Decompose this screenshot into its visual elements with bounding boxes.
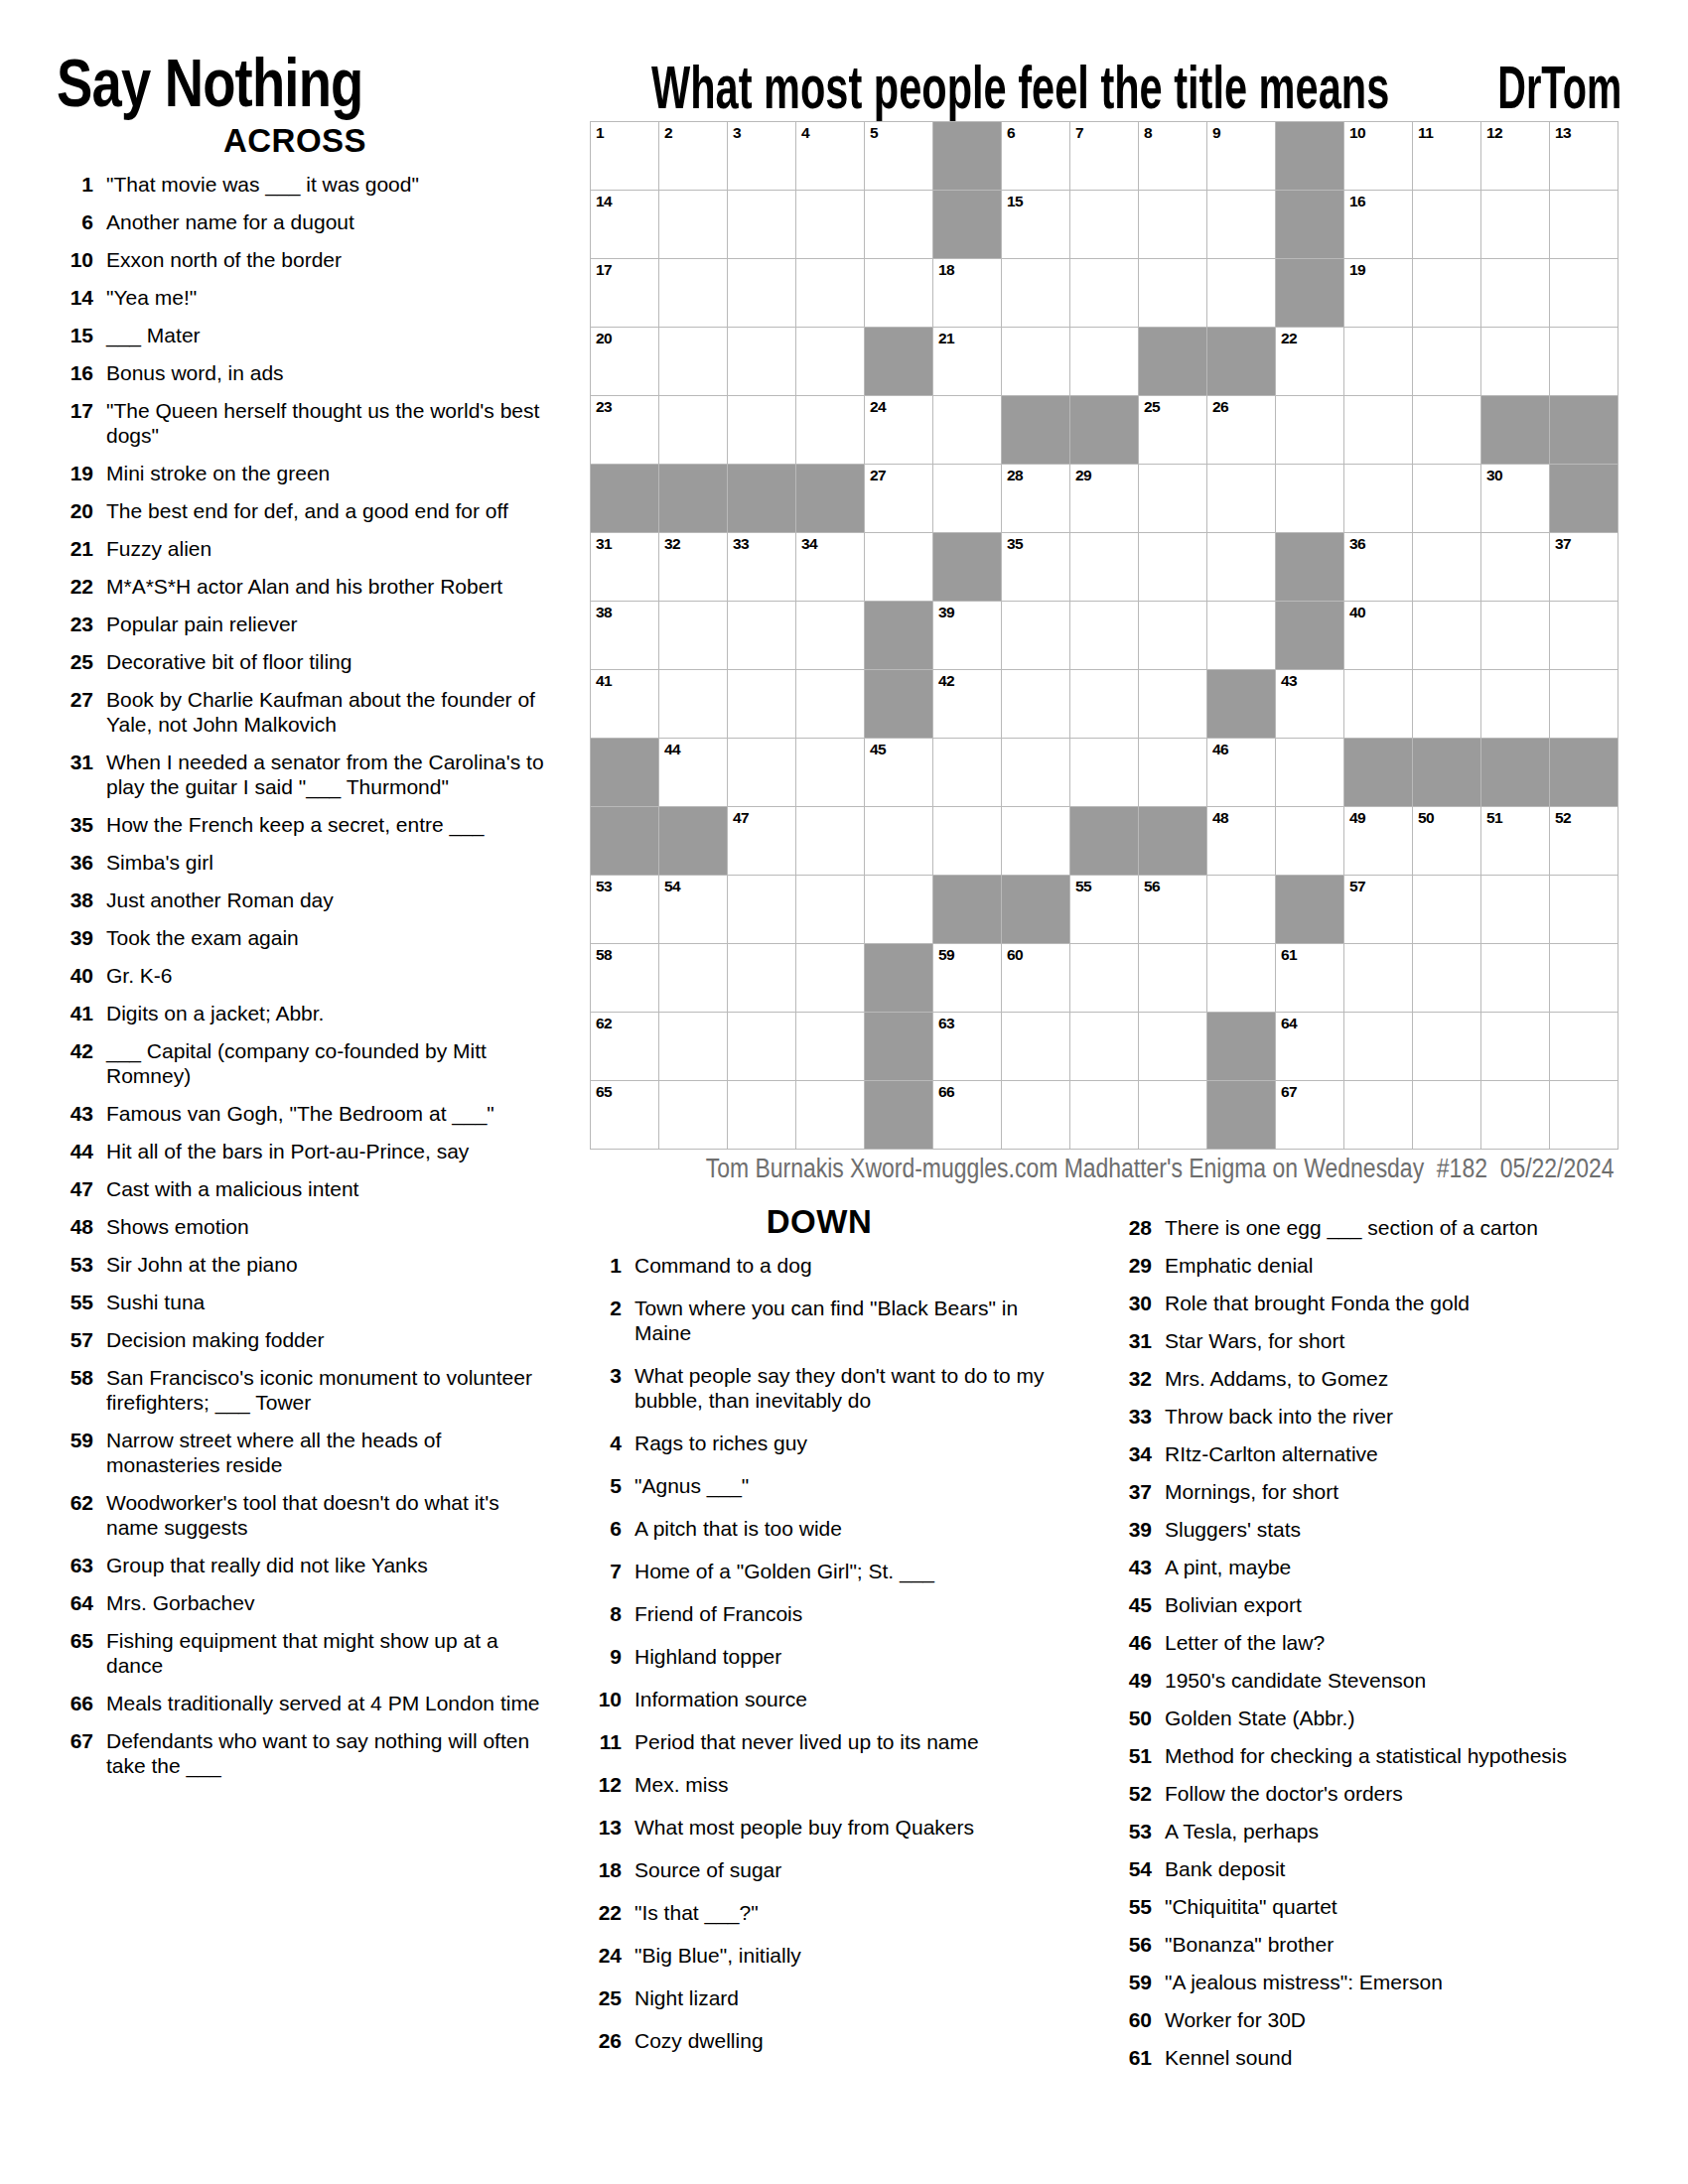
grid-cell[interactable]: 55: [1070, 876, 1139, 944]
clue-text: "That movie was ___ it was good": [106, 172, 419, 197]
clue-item[interactable]: 1"That movie was ___ it was good": [40, 172, 550, 197]
clue-item[interactable]: 28There is one egg ___ section of a cart…: [1088, 1215, 1624, 1240]
grid-cell[interactable]: 17: [591, 259, 659, 328]
clue-text: Sushi tuna: [106, 1290, 205, 1314]
grid-cell[interactable]: [1139, 670, 1207, 739]
grid-cell[interactable]: [1481, 259, 1550, 328]
grid-cell[interactable]: [1481, 876, 1550, 944]
clue-item[interactable]: 25Decorative bit of floor tiling: [40, 649, 550, 674]
clue-item[interactable]: 12Mex. miss: [558, 1772, 1080, 1797]
grid-cell[interactable]: [1207, 533, 1276, 602]
grid-cell[interactable]: 41: [591, 670, 659, 739]
grid-cell[interactable]: [1276, 396, 1344, 465]
grid-cell[interactable]: [1413, 191, 1481, 259]
grid-cell[interactable]: [865, 259, 933, 328]
clue-item[interactable]: 51Method for checking a statistical hypo…: [1088, 1743, 1624, 1768]
grid-cell[interactable]: [1139, 944, 1207, 1013]
clue-number: 64: [40, 1590, 93, 1615]
clue-item[interactable]: 1Command to a dog: [558, 1253, 1080, 1278]
grid-cell[interactable]: [659, 259, 728, 328]
clue-item[interactable]: 11Period that never lived up to its name: [558, 1729, 1080, 1754]
grid-cell[interactable]: [728, 1013, 796, 1081]
grid-cell[interactable]: [1481, 602, 1550, 670]
clue-item[interactable]: 17"The Queen herself thought us the worl…: [40, 398, 550, 448]
grid-cell[interactable]: 21: [933, 328, 1002, 396]
grid-cell[interactable]: [659, 602, 728, 670]
grid-cell[interactable]: [1413, 876, 1481, 944]
grid-cell[interactable]: 62: [591, 1013, 659, 1081]
clue-item[interactable]: 10Exxon north of the border: [40, 247, 550, 272]
grid-cell[interactable]: [1070, 191, 1139, 259]
clue-item[interactable]: 35How the French keep a secret, entre __…: [40, 812, 550, 837]
grid-cell[interactable]: [1276, 739, 1344, 807]
grid-cell[interactable]: 54: [659, 876, 728, 944]
grid-cell[interactable]: 60: [1002, 944, 1070, 1013]
clue-item[interactable]: 55"Chiquitita" quartet: [1088, 1894, 1624, 1919]
clue-item[interactable]: 38Just another Roman day: [40, 887, 550, 912]
grid-cell[interactable]: 59: [933, 944, 1002, 1013]
grid-cell[interactable]: [796, 259, 865, 328]
blocked-cell: [865, 602, 933, 670]
grid-cell[interactable]: [1070, 739, 1139, 807]
clue-item[interactable]: 39Sluggers' stats: [1088, 1517, 1624, 1542]
grid-cell[interactable]: 53: [591, 876, 659, 944]
grid-cell[interactable]: [1070, 328, 1139, 396]
grid-cell[interactable]: 7: [1070, 122, 1139, 191]
grid-cell[interactable]: 15: [1002, 191, 1070, 259]
clue-text: San Francisco's iconic monument to volun…: [106, 1365, 550, 1415]
clue-number: 59: [1088, 1970, 1152, 1994]
clue-item[interactable]: 9Highland topper: [558, 1644, 1080, 1669]
grid-cell[interactable]: 38: [591, 602, 659, 670]
grid-cell[interactable]: 52: [1550, 807, 1618, 876]
grid-cell[interactable]: [1276, 465, 1344, 533]
clue-item[interactable]: 14"Yea me!": [40, 285, 550, 310]
grid-cell[interactable]: [1207, 944, 1276, 1013]
clue-item[interactable]: 19Mini stroke on the green: [40, 461, 550, 485]
clue-item[interactable]: 40Gr. K-6: [40, 963, 550, 988]
clue-item[interactable]: 56"Bonanza" brother: [1088, 1932, 1624, 1957]
grid-cell[interactable]: 2: [659, 122, 728, 191]
grid-cell[interactable]: [728, 876, 796, 944]
grid-cell[interactable]: [1344, 670, 1413, 739]
blocked-cell: [1344, 739, 1413, 807]
grid-cell[interactable]: 12: [1481, 122, 1550, 191]
grid-cell[interactable]: 34: [796, 533, 865, 602]
grid-cell[interactable]: [933, 465, 1002, 533]
grid-cell[interactable]: 30: [1481, 465, 1550, 533]
grid-cell[interactable]: [1002, 670, 1070, 739]
grid-cell[interactable]: [1139, 739, 1207, 807]
grid-cell[interactable]: [1139, 259, 1207, 328]
cell-number: 57: [1349, 878, 1365, 895]
grid-cell[interactable]: [796, 807, 865, 876]
grid-cell[interactable]: 16: [1344, 191, 1413, 259]
grid-cell[interactable]: 50: [1413, 807, 1481, 876]
clue-item[interactable]: 7Home of a "Golden Girl"; St. ___: [558, 1559, 1080, 1583]
clue-item[interactable]: 58San Francisco's iconic monument to vol…: [40, 1365, 550, 1415]
grid-cell[interactable]: 33: [728, 533, 796, 602]
clue-item[interactable]: 16Bonus word, in ads: [40, 360, 550, 385]
grid-cell[interactable]: [1139, 533, 1207, 602]
grid-cell[interactable]: 1: [591, 122, 659, 191]
grid-cell[interactable]: [1002, 807, 1070, 876]
grid-cell[interactable]: 29: [1070, 465, 1139, 533]
grid-cell[interactable]: 42: [933, 670, 1002, 739]
grid-cell[interactable]: [1550, 1081, 1618, 1150]
grid-cell[interactable]: [796, 328, 865, 396]
clue-item[interactable]: 23Popular pain reliever: [40, 612, 550, 636]
clue-item[interactable]: 2Town where you can find "Black Bears" i…: [558, 1296, 1080, 1345]
grid-cell[interactable]: [796, 876, 865, 944]
clue-item[interactable]: 59"A jealous mistress": Emerson: [1088, 1970, 1624, 1994]
grid-cell[interactable]: [1481, 944, 1550, 1013]
clue-item[interactable]: 21Fuzzy alien: [40, 536, 550, 561]
clue-item[interactable]: 4Rags to riches guy: [558, 1431, 1080, 1455]
grid-cell[interactable]: 27: [865, 465, 933, 533]
clue-number: 43: [40, 1101, 93, 1126]
clue-item[interactable]: 10Information source: [558, 1687, 1080, 1711]
clue-item[interactable]: 22M*A*S*H actor Alan and his brother Rob…: [40, 574, 550, 599]
clue-item[interactable]: 18Source of sugar: [558, 1857, 1080, 1882]
clue-item[interactable]: 62Woodworker's tool that doesn't do what…: [40, 1490, 550, 1540]
clue-item[interactable]: 22"Is that ___?": [558, 1900, 1080, 1925]
grid-cell[interactable]: [1550, 944, 1618, 1013]
clue-item[interactable]: 63Group that really did not like Yanks: [40, 1553, 550, 1577]
clue-item[interactable]: 5"Agnus ___": [558, 1473, 1080, 1498]
grid-cell[interactable]: [796, 739, 865, 807]
grid-cell[interactable]: [796, 1081, 865, 1150]
grid-cell[interactable]: [1413, 533, 1481, 602]
clue-item[interactable]: 50Golden State (Abbr.): [1088, 1706, 1624, 1730]
clue-item[interactable]: 31Star Wars, for short: [1088, 1328, 1624, 1353]
grid-cell[interactable]: [1002, 739, 1070, 807]
grid-cell[interactable]: [796, 602, 865, 670]
clue-item[interactable]: 46Letter of the law?: [1088, 1630, 1624, 1655]
grid-cell[interactable]: 11: [1413, 122, 1481, 191]
grid-cell[interactable]: 63: [933, 1013, 1002, 1081]
grid-cell[interactable]: [659, 1081, 728, 1150]
grid-cell[interactable]: [1413, 602, 1481, 670]
grid-cell[interactable]: [1276, 807, 1344, 876]
clue-number: 14: [40, 285, 93, 310]
grid-cell[interactable]: 6: [1002, 122, 1070, 191]
grid-cell[interactable]: [1207, 191, 1276, 259]
grid-cell[interactable]: 25: [1139, 396, 1207, 465]
grid-cell[interactable]: [1070, 1081, 1139, 1150]
clue-item[interactable]: 64Mrs. Gorbachev: [40, 1590, 550, 1615]
grid-cell[interactable]: 26: [1207, 396, 1276, 465]
grid-cell[interactable]: [865, 191, 933, 259]
grid-cell[interactable]: [933, 396, 1002, 465]
clue-text: "Agnus ___": [634, 1473, 749, 1498]
clue-item[interactable]: 29Emphatic denial: [1088, 1253, 1624, 1278]
clue-number: 27: [40, 687, 93, 712]
clue-text: How the French keep a secret, entre ___: [106, 812, 485, 837]
clue-item[interactable]: 57Decision making fodder: [40, 1327, 550, 1352]
clue-item[interactable]: 13What most people buy from Quakers: [558, 1815, 1080, 1840]
grid-cell[interactable]: 57: [1344, 876, 1413, 944]
grid-cell[interactable]: [1413, 1013, 1481, 1081]
grid-cell[interactable]: [933, 807, 1002, 876]
grid-cell[interactable]: [728, 396, 796, 465]
grid-cell[interactable]: [1344, 944, 1413, 1013]
clue-item[interactable]: 65Fishing equipment that might show up a…: [40, 1628, 550, 1678]
grid-cell[interactable]: [1413, 670, 1481, 739]
clue-number: 38: [40, 887, 93, 912]
grid-cell[interactable]: [1002, 1013, 1070, 1081]
grid-cell[interactable]: [728, 670, 796, 739]
grid-cell[interactable]: [659, 396, 728, 465]
grid-cell[interactable]: [1481, 670, 1550, 739]
grid-cell[interactable]: 39: [933, 602, 1002, 670]
grid-cell[interactable]: 46: [1207, 739, 1276, 807]
grid-cell[interactable]: [1139, 1081, 1207, 1150]
grid-cell[interactable]: [1139, 465, 1207, 533]
cell-number: 7: [1075, 124, 1083, 142]
grid-cell[interactable]: [1481, 1013, 1550, 1081]
grid-cell[interactable]: [1344, 396, 1413, 465]
grid-cell[interactable]: 64: [1276, 1013, 1344, 1081]
clue-item[interactable]: 66Meals traditionally served at 4 PM Lon…: [40, 1691, 550, 1715]
grid-cell[interactable]: 48: [1207, 807, 1276, 876]
grid-cell[interactable]: 9: [1207, 122, 1276, 191]
grid-cell[interactable]: [1550, 670, 1618, 739]
clue-number: 36: [40, 850, 93, 875]
grid-cell[interactable]: [1344, 1013, 1413, 1081]
blocked-cell: [1207, 328, 1276, 396]
grid-cell[interactable]: [1481, 191, 1550, 259]
clue-item[interactable]: 25Night lizard: [558, 1985, 1080, 2010]
grid-cell[interactable]: [659, 328, 728, 396]
grid-cell[interactable]: [1550, 1013, 1618, 1081]
grid-cell[interactable]: [1207, 465, 1276, 533]
clue-item[interactable]: 39Took the exam again: [40, 925, 550, 950]
grid-cell[interactable]: 35: [1002, 533, 1070, 602]
cell-number: 46: [1212, 741, 1228, 758]
clue-item[interactable]: 53A Tesla, perhaps: [1088, 1819, 1624, 1843]
grid-cell[interactable]: [1413, 328, 1481, 396]
grid-cell[interactable]: [1344, 465, 1413, 533]
grid-cell[interactable]: 20: [591, 328, 659, 396]
grid-cell[interactable]: 3: [728, 122, 796, 191]
grid-cell[interactable]: 66: [933, 1081, 1002, 1150]
grid-cell[interactable]: [659, 191, 728, 259]
grid-cell[interactable]: 47: [728, 807, 796, 876]
grid-cell[interactable]: [865, 876, 933, 944]
grid-cell[interactable]: 18: [933, 259, 1002, 328]
clue-item[interactable]: 3What people say they don't want to do t…: [558, 1363, 1080, 1413]
clue-item[interactable]: 61Kennel sound: [1088, 2045, 1624, 2070]
cell-number: 65: [596, 1083, 612, 1101]
clue-item[interactable]: 55Sushi tuna: [40, 1290, 550, 1314]
grid-cell[interactable]: [1413, 1081, 1481, 1150]
grid-cell[interactable]: [796, 191, 865, 259]
grid-cell[interactable]: 22: [1276, 328, 1344, 396]
grid-cell[interactable]: [728, 1081, 796, 1150]
clue-item[interactable]: 54Bank deposit: [1088, 1856, 1624, 1881]
clue-item[interactable]: 15___ Mater: [40, 323, 550, 347]
grid-cell[interactable]: [1070, 670, 1139, 739]
clue-item[interactable]: 31When I needed a senator from the Carol…: [40, 750, 550, 799]
grid-cell[interactable]: [1344, 1081, 1413, 1150]
grid-cell[interactable]: 44: [659, 739, 728, 807]
grid-cell[interactable]: 65: [591, 1081, 659, 1150]
grid-cell[interactable]: 58: [591, 944, 659, 1013]
clue-text: M*A*S*H actor Alan and his brother Rober…: [106, 574, 502, 599]
clue-item[interactable]: 44Hit all of the bars in Port-au-Prince,…: [40, 1139, 550, 1163]
clue-text: Meals traditionally served at 4 PM Londo…: [106, 1691, 540, 1715]
grid-cell[interactable]: [1550, 259, 1618, 328]
clue-item[interactable]: 6Another name for a dugout: [40, 209, 550, 234]
blocked-cell: [1276, 533, 1344, 602]
grid-cell[interactable]: 37: [1550, 533, 1618, 602]
grid-cell[interactable]: [1413, 259, 1481, 328]
grid-cell[interactable]: [1139, 602, 1207, 670]
grid-cell[interactable]: 24: [865, 396, 933, 465]
grid-cell[interactable]: [1070, 533, 1139, 602]
clue-item[interactable]: 6A pitch that is too wide: [558, 1516, 1080, 1541]
clue-item[interactable]: 34RItz-Carlton alternative: [1088, 1441, 1624, 1466]
grid-cell[interactable]: [1344, 328, 1413, 396]
clue-item[interactable]: 41Digits on a jacket; Abbr.: [40, 1001, 550, 1025]
across-column: ACROSS 1"That movie was ___ it was good"…: [40, 122, 550, 1791]
cell-number: 61: [1281, 946, 1297, 964]
puzzle-subtitle: What most people feel the title means: [651, 52, 1389, 122]
clue-item[interactable]: 26Cozy dwelling: [558, 2028, 1080, 2053]
grid-cell[interactable]: [1002, 328, 1070, 396]
clue-number: 12: [558, 1772, 622, 1797]
grid-cell[interactable]: 19: [1344, 259, 1413, 328]
grid-cell[interactable]: [1413, 396, 1481, 465]
grid-cell[interactable]: 51: [1481, 807, 1550, 876]
clue-item[interactable]: 52Follow the doctor's orders: [1088, 1781, 1624, 1806]
grid-cell[interactable]: 31: [591, 533, 659, 602]
clue-item[interactable]: 491950's candidate Stevenson: [1088, 1668, 1624, 1693]
grid-cell[interactable]: 56: [1139, 876, 1207, 944]
cell-number: 24: [870, 398, 886, 416]
clue-item[interactable]: 45Bolivian export: [1088, 1592, 1624, 1617]
grid-cell[interactable]: 61: [1276, 944, 1344, 1013]
grid-cell[interactable]: 40: [1344, 602, 1413, 670]
clue-item[interactable]: 24"Big Blue", initially: [558, 1943, 1080, 1968]
grid-cell[interactable]: [1207, 259, 1276, 328]
grid-cell[interactable]: [728, 944, 796, 1013]
clue-item[interactable]: 43Famous van Gogh, "The Bedroom at ___": [40, 1101, 550, 1126]
grid-cell[interactable]: [796, 944, 865, 1013]
clue-item[interactable]: 36Simba's girl: [40, 850, 550, 875]
clue-number: 33: [1088, 1404, 1152, 1429]
grid-cell[interactable]: [1481, 328, 1550, 396]
clue-item[interactable]: 27Book by Charlie Kaufman about the foun…: [40, 687, 550, 737]
grid-cell[interactable]: [1550, 328, 1618, 396]
grid-cell[interactable]: [659, 1013, 728, 1081]
grid-cell[interactable]: [796, 396, 865, 465]
clue-item[interactable]: 30Role that brought Fonda the gold: [1088, 1291, 1624, 1315]
grid-cell[interactable]: [1070, 602, 1139, 670]
clue-item[interactable]: 53Sir John at the piano: [40, 1252, 550, 1277]
grid-cell[interactable]: [728, 191, 796, 259]
grid-cell[interactable]: [1070, 1013, 1139, 1081]
grid-cell[interactable]: [659, 670, 728, 739]
grid-cell[interactable]: [728, 328, 796, 396]
grid-cell[interactable]: [796, 670, 865, 739]
clue-number: 23: [40, 612, 93, 636]
clue-text: ___ Mater: [106, 323, 201, 347]
grid-cell[interactable]: 49: [1344, 807, 1413, 876]
clue-item[interactable]: 47Cast with a malicious intent: [40, 1176, 550, 1201]
grid-cell[interactable]: [1207, 876, 1276, 944]
clue-item[interactable]: 43A pint, maybe: [1088, 1555, 1624, 1579]
grid-cell[interactable]: [728, 259, 796, 328]
clue-item[interactable]: 48Shows emotion: [40, 1214, 550, 1239]
grid-cell[interactable]: [796, 1013, 865, 1081]
grid-cell[interactable]: [1413, 465, 1481, 533]
grid-cell[interactable]: 28: [1002, 465, 1070, 533]
grid-cell[interactable]: 13: [1550, 122, 1618, 191]
grid-cell[interactable]: 10: [1344, 122, 1413, 191]
grid-cell[interactable]: 45: [865, 739, 933, 807]
grid-cell[interactable]: [1002, 1081, 1070, 1150]
grid-cell[interactable]: [1002, 259, 1070, 328]
grid-cell[interactable]: [728, 739, 796, 807]
grid-cell[interactable]: [1070, 259, 1139, 328]
grid-cell[interactable]: [1550, 602, 1618, 670]
clue-number: 24: [558, 1943, 622, 1968]
grid-cell[interactable]: [1139, 191, 1207, 259]
grid-cell[interactable]: [728, 602, 796, 670]
grid-cell[interactable]: [1002, 602, 1070, 670]
clue-item[interactable]: 59Narrow street where all the heads of m…: [40, 1428, 550, 1477]
grid-cell[interactable]: 14: [591, 191, 659, 259]
blocked-cell: [1002, 396, 1070, 465]
clue-number: 54: [1088, 1856, 1152, 1881]
grid-cell[interactable]: [1413, 944, 1481, 1013]
grid-cell[interactable]: [933, 739, 1002, 807]
clue-item[interactable]: 20The best end for def, and a good end f…: [40, 498, 550, 523]
grid-cell[interactable]: 23: [591, 396, 659, 465]
grid-cell[interactable]: 36: [1344, 533, 1413, 602]
grid-cell[interactable]: [1550, 191, 1618, 259]
grid-cell[interactable]: [865, 533, 933, 602]
grid-cell[interactable]: [865, 807, 933, 876]
clue-item[interactable]: 33Throw back into the river: [1088, 1404, 1624, 1429]
grid-cell[interactable]: [1481, 1081, 1550, 1150]
grid-cell[interactable]: [1550, 876, 1618, 944]
cell-number: 58: [596, 946, 612, 964]
clue-item[interactable]: 32Mrs. Addams, to Gomez: [1088, 1366, 1624, 1391]
clue-number: 58: [40, 1365, 93, 1390]
clue-item[interactable]: 37Mornings, for short: [1088, 1479, 1624, 1504]
clue-item[interactable]: 42___ Capital (company co-founded by Mit…: [40, 1038, 550, 1088]
grid-cell[interactable]: [1207, 602, 1276, 670]
grid-cell[interactable]: [1070, 944, 1139, 1013]
grid-cell[interactable]: 8: [1139, 122, 1207, 191]
clue-item[interactable]: 60Worker for 30D: [1088, 2007, 1624, 2032]
clue-item[interactable]: 67Defendants who want to say nothing wil…: [40, 1728, 550, 1778]
clue-item[interactable]: 8Friend of Francois: [558, 1601, 1080, 1626]
grid-cell[interactable]: 32: [659, 533, 728, 602]
grid-cell[interactable]: 4: [796, 122, 865, 191]
grid-cell[interactable]: 5: [865, 122, 933, 191]
cell-number: 43: [1281, 672, 1297, 690]
grid-cell[interactable]: 67: [1276, 1081, 1344, 1150]
grid-cell[interactable]: [1481, 533, 1550, 602]
grid-cell[interactable]: [1139, 1013, 1207, 1081]
clue-number: 20: [40, 498, 93, 523]
grid-cell[interactable]: [659, 944, 728, 1013]
grid-cell[interactable]: 43: [1276, 670, 1344, 739]
